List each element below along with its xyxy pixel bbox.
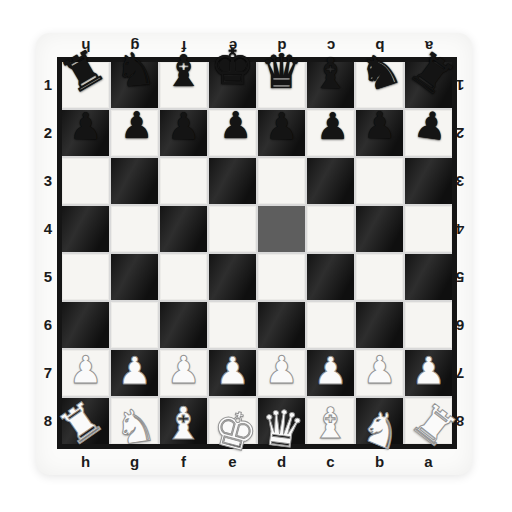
rank-label-right-4: 4 [450,221,470,237]
square-e4[interactable] [209,206,256,252]
rank-label-left-5: 5 [38,269,58,285]
rank-label-left-7: 7 [38,365,58,381]
white-pawn-c7[interactable]: ♟ [313,352,347,390]
black-bishop-f1[interactable]: ♝ [164,49,203,93]
square-h4[interactable] [62,206,109,252]
white-pawn-e7[interactable]: ♟ [215,352,249,390]
rank-label-right-8: 8 [450,413,470,429]
file-label-bottom-h: h [76,454,96,470]
rank-label-left-2: 2 [38,125,58,141]
rank-label-right-3: 3 [450,173,470,189]
black-pawn-b2[interactable]: ♟ [363,107,396,144]
black-pawn-f2[interactable]: ♟ [167,108,200,145]
square-c6[interactable] [307,302,354,348]
black-pawn-d2[interactable]: ♟ [265,108,298,145]
square-b6[interactable] [356,302,403,348]
file-label-top-d: d [272,38,292,54]
white-pawn-a7[interactable]: ♟ [411,352,445,390]
file-label-top-b: b [370,38,390,54]
square-c5[interactable] [307,254,354,300]
white-pawn-d7[interactable]: ♟ [264,351,298,389]
white-pawn-h7[interactable]: ♟ [68,351,102,389]
rank-label-right-7: 7 [450,365,470,381]
square-c3[interactable] [307,158,354,204]
square-h5[interactable] [62,254,109,300]
file-label-bottom-f: f [174,454,194,470]
square-a3[interactable] [405,158,452,204]
rank-label-left-1: 1 [38,77,58,93]
square-b3[interactable] [356,158,403,204]
square-h3[interactable] [62,158,109,204]
square-d3[interactable] [258,158,305,204]
file-label-bottom-a: a [419,454,439,470]
file-label-top-f: f [174,38,194,54]
white-pawn-b7[interactable]: ♟ [362,351,396,389]
white-knight-g8[interactable]: ♞ [111,401,158,452]
file-label-bottom-d: d [272,454,292,470]
white-pawn-g7[interactable]: ♟ [117,352,151,390]
square-f4[interactable] [160,206,207,252]
white-queen-d8[interactable]: ♛ [256,401,307,456]
square-d5[interactable] [258,254,305,300]
rank-label-left-8: 8 [38,413,58,429]
file-label-bottom-c: c [321,454,341,470]
rank-label-left-3: 3 [38,173,58,189]
square-c4[interactable] [307,206,354,252]
square-d4[interactable] [258,206,305,252]
file-label-top-a: a [419,38,439,54]
square-g3[interactable] [111,158,158,204]
square-f5[interactable] [160,254,207,300]
black-pawn-g2[interactable]: ♟ [120,107,153,144]
square-d6[interactable] [258,302,305,348]
square-e5[interactable] [209,254,256,300]
square-g6[interactable] [111,302,158,348]
rank-label-right-5: 5 [450,269,470,285]
file-label-top-h: h [76,38,96,54]
black-bishop-c1[interactable]: ♝ [312,53,350,95]
file-label-bottom-g: g [125,454,145,470]
rank-label-left-6: 6 [38,317,58,333]
white-bishop-c8[interactable]: ♝ [311,402,350,445]
chess-mat: ♜♞♝♚♛♝♞♜♟♟♟♟♟♟♟♟♟♟♟♟♟♟♟♟♜♞♝♚♛♝♞♜ hhggffe… [36,33,472,475]
black-pawn-a2[interactable]: ♟ [412,105,450,146]
rank-label-right-6: 6 [450,317,470,333]
file-label-top-e: e [223,38,243,54]
square-b4[interactable] [356,206,403,252]
black-pawn-h2[interactable]: ♟ [69,108,102,145]
square-a6[interactable] [405,302,452,348]
file-label-top-g: g [125,38,145,54]
square-a5[interactable] [405,254,452,300]
square-h6[interactable] [62,302,109,348]
square-g5[interactable] [111,254,158,300]
rank-label-right-1: 1 [450,77,470,93]
file-label-bottom-e: e [223,454,243,470]
black-pawn-c2[interactable]: ♟ [316,108,349,145]
rank-label-right-2: 2 [450,125,470,141]
square-e3[interactable] [209,158,256,204]
square-f3[interactable] [160,158,207,204]
square-f6[interactable] [160,302,207,348]
file-label-top-c: c [321,38,341,54]
file-label-bottom-b: b [370,454,390,470]
square-a4[interactable] [405,206,452,252]
white-pawn-f7[interactable]: ♟ [166,351,200,389]
square-b5[interactable] [356,254,403,300]
square-e6[interactable] [209,302,256,348]
white-bishop-f8[interactable]: ♝ [163,401,203,446]
black-pawn-e2[interactable]: ♟ [219,107,252,144]
square-g4[interactable] [111,206,158,252]
rank-label-left-4: 4 [38,221,58,237]
